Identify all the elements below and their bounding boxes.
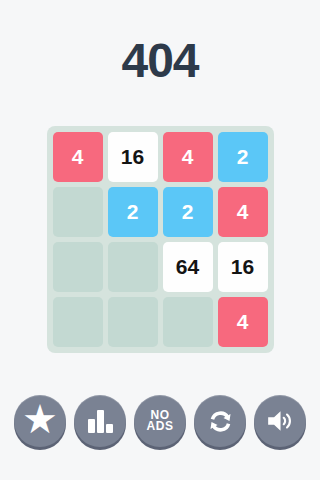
board-cell: 16 [218, 242, 268, 292]
board-cell [53, 297, 103, 347]
board-cell [163, 297, 213, 347]
board-cell: 4 [218, 187, 268, 237]
bottom-toolbar: ★ NO ADS [0, 395, 320, 447]
score-display: 404 [0, 0, 320, 85]
no-ads-button[interactable]: NO ADS [134, 395, 186, 447]
board-cell: 2 [218, 132, 268, 182]
board-cell: 64 [163, 242, 213, 292]
board-cell: 4 [163, 132, 213, 182]
board-cell [53, 242, 103, 292]
game-screen: 404 4 16 4 2 2 2 4 64 16 4 ★ NO ADS [0, 0, 320, 480]
no-ads-text: NO ADS [147, 410, 174, 432]
speaker-icon [266, 408, 294, 434]
board-cell: 4 [218, 297, 268, 347]
star-icon: ★ [22, 399, 58, 439]
board-cell: 2 [163, 187, 213, 237]
board-cell: 2 [108, 187, 158, 237]
board-cell: 16 [108, 132, 158, 182]
sound-button[interactable] [254, 395, 306, 447]
bar-chart-icon [88, 410, 113, 433]
rate-button[interactable]: ★ [14, 395, 66, 447]
board-cell [108, 242, 158, 292]
stats-button[interactable] [74, 395, 126, 447]
restart-button[interactable] [194, 395, 246, 447]
board-cell [53, 187, 103, 237]
board-cell [108, 297, 158, 347]
board-cell: 4 [53, 132, 103, 182]
game-board[interactable]: 4 16 4 2 2 2 4 64 16 4 [47, 126, 274, 353]
sync-icon [207, 408, 234, 435]
